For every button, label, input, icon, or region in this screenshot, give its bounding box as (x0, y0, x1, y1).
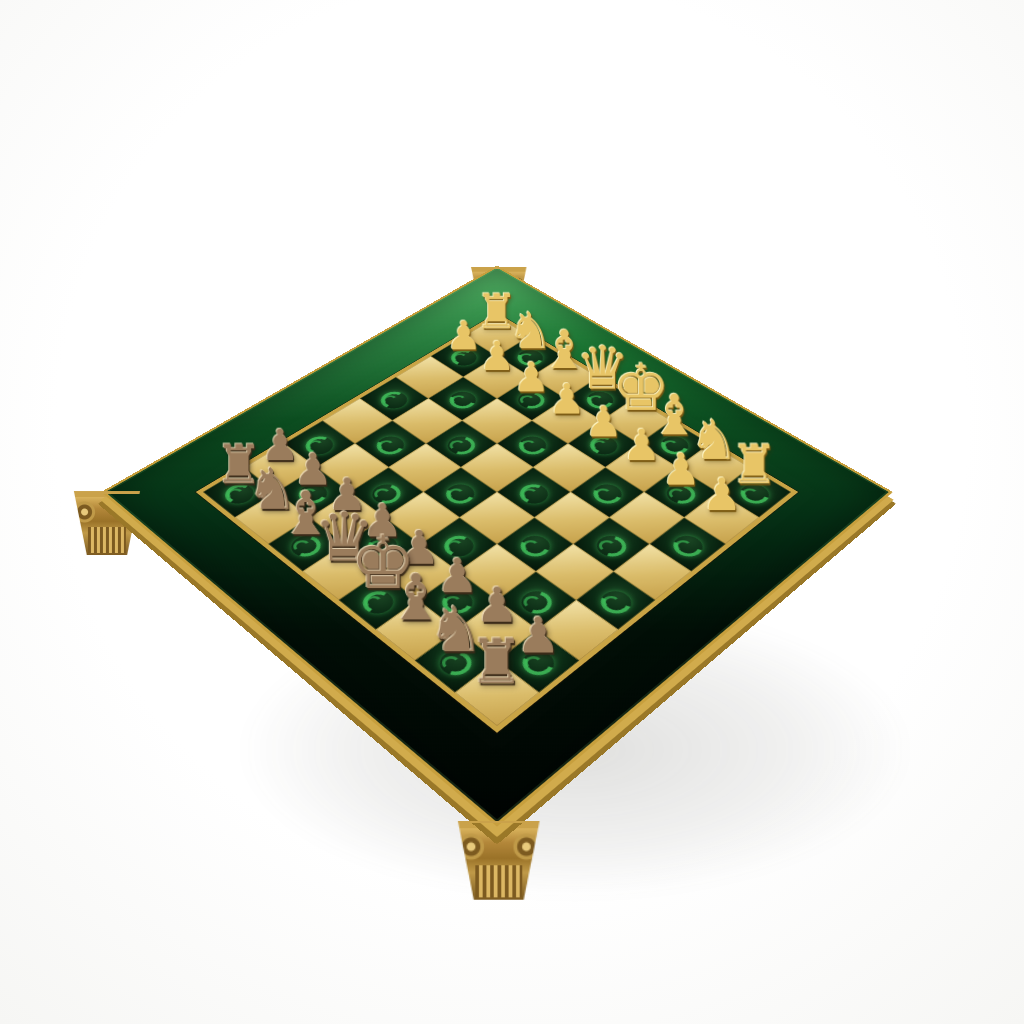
square-b1: ♞ (235, 492, 310, 544)
square-a5 (360, 377, 429, 421)
piece-gold-rook: ♜ (474, 289, 520, 335)
piece-gold-knight: ♞ (688, 414, 739, 466)
square-h1: ♜ (455, 661, 539, 727)
piece-gold-king: ♚ (612, 358, 661, 419)
product-photo: ♜♞♝♛♚♝♞♜♟♟♟♟♟♟♟♟♟♟♟♟♟♟♟♟♜♞♝♛♚♝♞♜ (0, 0, 1024, 1024)
piece-gold-pawn: ♟ (440, 317, 487, 355)
square-e4 (460, 492, 535, 544)
column-foot-left (469, 267, 529, 321)
column-foot-front (71, 491, 143, 555)
